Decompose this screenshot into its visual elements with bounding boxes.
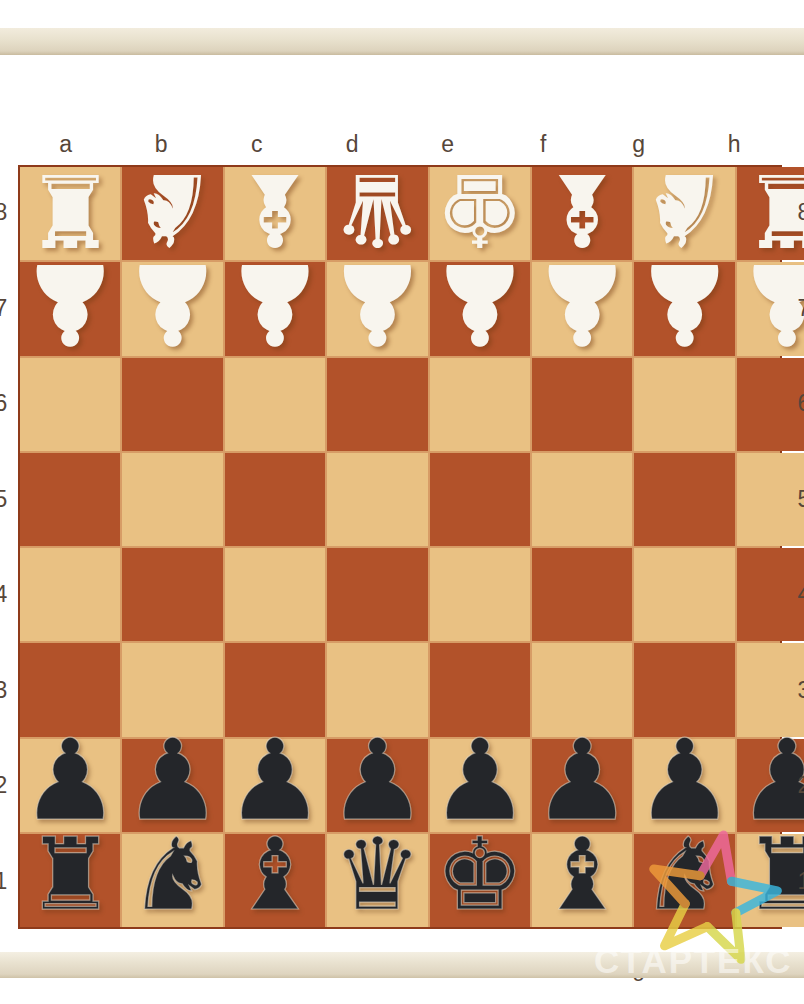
rank-label-3: 3 [795,643,804,739]
piece-black-pawn: ♟ [225,735,325,825]
square-h8[interactable]: ♜ [737,167,804,260]
square-c6[interactable] [225,358,325,451]
square-a1[interactable]: ♜ [20,834,120,927]
square-d2[interactable]: ♟ [327,739,427,832]
square-g3[interactable] [634,643,734,736]
rank-label-7: 7 [795,261,804,357]
piece-white-knight: ♞ [128,164,218,254]
file-labels-top: abcdefgh [18,129,782,159]
square-a7[interactable]: ♟ [20,262,120,355]
square-b2[interactable]: ♟ [122,739,222,832]
piece-black-pawn: ♟ [122,735,222,825]
piece-white-bishop: ♝ [537,164,627,254]
piece-white-pawn: ♟ [20,259,120,349]
file-label-h: h [687,129,783,159]
piece-white-pawn: ♟ [327,259,427,349]
chess-board: ♜♞♝♛♚♝♞♜♟♟♟♟♟♟♟♟♟♟♟♟♟♟♟♟♜♞♝♛♚♝♞♜ [18,165,782,929]
square-b1[interactable]: ♞ [122,834,222,927]
piece-white-pawn: ♟ [430,259,530,349]
square-a8[interactable]: ♜ [20,167,120,260]
square-f7[interactable]: ♟ [532,262,632,355]
square-f6[interactable] [532,358,632,451]
square-d3[interactable] [327,643,427,736]
square-a4[interactable] [20,548,120,641]
piece-black-bishop: ♝ [230,830,320,920]
rank-label-8: 8 [795,165,804,261]
piece-black-pawn: ♟ [20,735,120,825]
square-g5[interactable] [634,453,734,546]
rank-label-7: 7 [0,261,10,357]
file-label-b: b [114,129,210,159]
square-e6[interactable] [430,358,530,451]
file-label-a: a [18,129,114,159]
square-c3[interactable] [225,643,325,736]
square-f5[interactable] [532,453,632,546]
piece-black-pawn: ♟ [430,735,530,825]
square-c1[interactable]: ♝ [225,834,325,927]
piece-white-bishop: ♝ [230,164,320,254]
rank-label-6: 6 [0,356,10,452]
piece-white-pawn: ♟ [737,259,804,349]
square-b8[interactable]: ♞ [122,167,222,260]
watermark-text: СТАРТЕКС [594,941,804,981]
square-c5[interactable] [225,453,325,546]
rank-label-5: 5 [795,452,804,548]
piece-black-pawn: ♟ [532,735,632,825]
board-photo: abcdefgh ♜♞♝♛♚♝♞♜♟♟♟♟♟♟♟♟♟♟♟♟♟♟♟♟♜♞♝♛♚♝♞… [0,0,804,1004]
square-c2[interactable]: ♟ [225,739,325,832]
piece-black-pawn: ♟ [327,735,427,825]
square-e5[interactable] [430,453,530,546]
piece-white-pawn: ♟ [122,259,222,349]
file-label-c: c [209,129,305,159]
piece-white-king: ♚ [435,164,525,254]
square-b6[interactable] [122,358,222,451]
square-a6[interactable] [20,358,120,451]
square-h3[interactable] [737,643,804,736]
piece-black-pawn: ♟ [737,735,804,825]
rank-labels-left: 87654321 [0,165,10,929]
square-a5[interactable] [20,453,120,546]
square-g4[interactable] [634,548,734,641]
rank-label-1: 1 [795,834,804,930]
square-f4[interactable] [532,548,632,641]
square-e3[interactable] [430,643,530,736]
piece-white-knight: ♞ [640,164,730,254]
square-h5[interactable] [737,453,804,546]
rank-label-4: 4 [0,547,10,643]
rank-label-4: 4 [795,547,804,643]
square-h6[interactable] [737,358,804,451]
file-label-f: f [496,129,592,159]
square-c7[interactable]: ♟ [225,262,325,355]
square-b7[interactable]: ♟ [122,262,222,355]
square-f8[interactable]: ♝ [532,167,632,260]
square-f2[interactable]: ♟ [532,739,632,832]
square-h7[interactable]: ♟ [737,262,804,355]
square-d6[interactable] [327,358,427,451]
square-c8[interactable]: ♝ [225,167,325,260]
piece-white-pawn: ♟ [532,259,632,349]
rank-label-1: 1 [0,834,10,930]
square-d7[interactable]: ♟ [327,262,427,355]
square-d8[interactable]: ♛ [327,167,427,260]
rank-label-2: 2 [0,738,10,834]
square-a3[interactable] [20,643,120,736]
rank-label-6: 6 [795,356,804,452]
piece-white-pawn: ♟ [634,259,734,349]
square-e7[interactable]: ♟ [430,262,530,355]
square-c4[interactable] [225,548,325,641]
file-label-g: g [591,129,687,159]
square-e4[interactable] [430,548,530,641]
piece-black-bishop: ♝ [537,830,627,920]
piece-black-pawn: ♟ [634,735,734,825]
square-d5[interactable] [327,453,427,546]
square-b5[interactable] [122,453,222,546]
square-h4[interactable] [737,548,804,641]
rank-label-8: 8 [0,165,10,261]
square-e2[interactable]: ♟ [430,739,530,832]
square-b4[interactable] [122,548,222,641]
square-b3[interactable] [122,643,222,736]
piece-black-king: ♚ [435,830,525,920]
square-e8[interactable]: ♚ [430,167,530,260]
piece-white-rook: ♜ [25,164,115,254]
square-e1[interactable]: ♚ [430,834,530,927]
wood-frame-top [0,28,804,55]
piece-black-knight: ♞ [128,830,218,920]
rank-label-2: 2 [795,738,804,834]
square-g6[interactable] [634,358,734,451]
square-g8[interactable]: ♞ [634,167,734,260]
piece-black-rook: ♜ [25,830,115,920]
piece-white-queen: ♛ [333,164,423,254]
square-f1[interactable]: ♝ [532,834,632,927]
rank-label-5: 5 [0,452,10,548]
rank-label-3: 3 [0,643,10,739]
square-g7[interactable]: ♟ [634,262,734,355]
file-label-d: d [305,129,401,159]
square-f3[interactable] [532,643,632,736]
square-d4[interactable] [327,548,427,641]
piece-black-queen: ♛ [333,830,423,920]
file-label-e: e [400,129,496,159]
square-a2[interactable]: ♟ [20,739,120,832]
piece-white-pawn: ♟ [225,259,325,349]
square-d1[interactable]: ♛ [327,834,427,927]
rank-labels-right: 87654321 [795,165,804,929]
